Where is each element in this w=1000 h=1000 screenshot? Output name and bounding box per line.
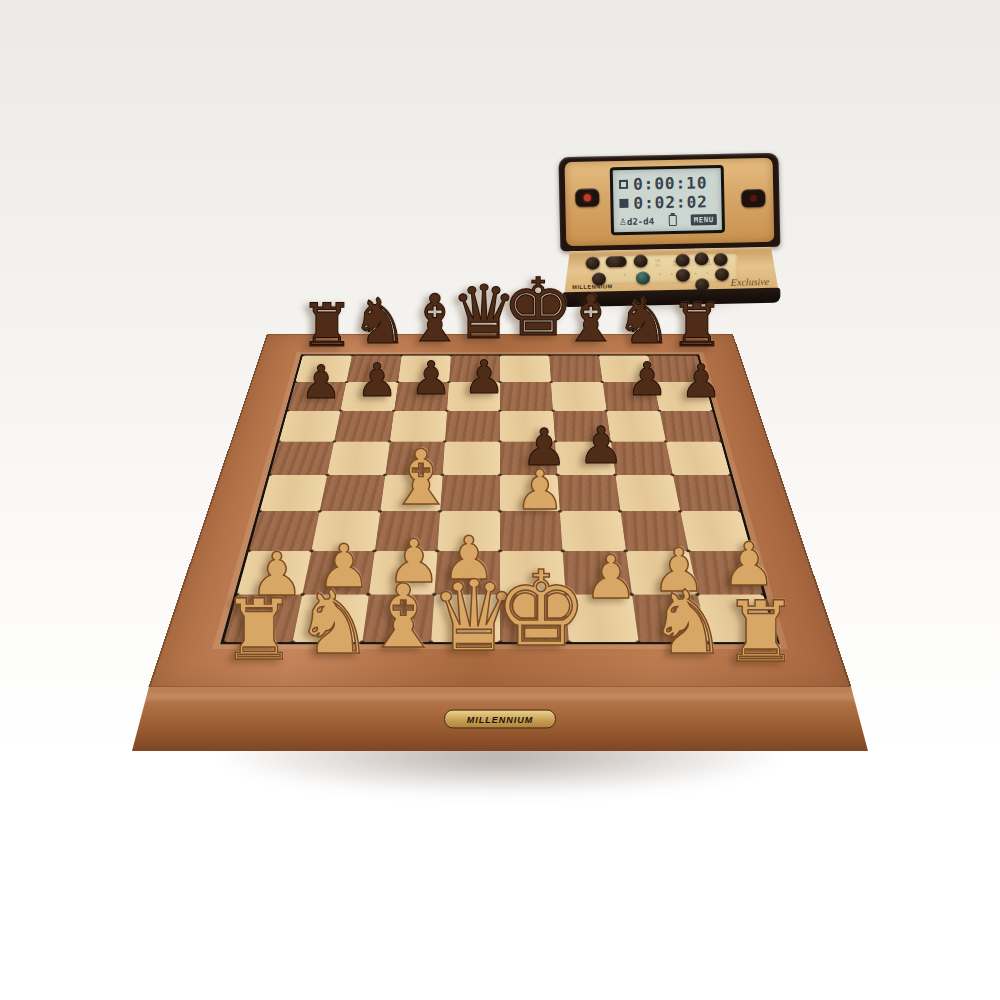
black-r-h8[interactable]: ♜ (670, 295, 724, 355)
square-b4[interactable] (320, 475, 385, 511)
square-b5[interactable] (327, 441, 389, 474)
white-n-g1[interactable]: ♞ (649, 579, 728, 667)
square-e7[interactable] (500, 382, 553, 411)
square-h4[interactable] (673, 475, 741, 511)
square-a5[interactable] (270, 441, 334, 474)
white-b-c4[interactable]: ♝ (387, 440, 455, 516)
black-r-a8[interactable]: ♜ (300, 295, 354, 355)
black-p-d7[interactable]: ♟ (463, 354, 504, 400)
square-e8[interactable] (500, 356, 551, 383)
white-r-a1[interactable]: ♜ (221, 588, 296, 672)
square-a4[interactable] (260, 475, 328, 511)
white-n-b1[interactable]: ♞ (295, 579, 374, 667)
black-b-f8[interactable]: ♝ (562, 286, 620, 351)
millennium-nameplate: MILLENNIUM (444, 710, 556, 729)
square-f4[interactable] (558, 475, 621, 511)
white-p-e4[interactable]: ♟ (515, 463, 564, 518)
board-front-edge: MILLENNIUM (132, 687, 868, 751)
black-p-h7[interactable]: ♟ (680, 358, 721, 404)
black-p-f5[interactable]: ♟ (578, 420, 624, 471)
white-k-e1[interactable]: ♚ (494, 557, 587, 661)
square-h5[interactable] (666, 441, 730, 474)
black-p-g7[interactable]: ♟ (626, 356, 667, 402)
square-h6[interactable] (659, 411, 721, 442)
black-p-a7[interactable]: ♟ (300, 359, 341, 405)
board-scene (0, 0, 1000, 1000)
black-n-b8[interactable]: ♞ (352, 290, 408, 353)
wood-sheen (132, 693, 868, 700)
square-b6[interactable] (334, 411, 393, 442)
white-p-f2[interactable]: ♟ (584, 547, 638, 607)
square-f7[interactable] (551, 382, 606, 411)
scene: 0:00:10 0:02:02 ♙d2-d4 MENU ♔ ♕ ♖ ♗ ♘ ♙ … (0, 0, 1000, 1000)
white-r-h1[interactable]: ♜ (723, 590, 798, 674)
square-g4[interactable] (615, 475, 680, 511)
square-a6[interactable] (279, 411, 341, 442)
square-f8[interactable] (549, 356, 602, 383)
black-p-b7[interactable]: ♟ (356, 357, 397, 403)
black-p-c7[interactable]: ♟ (410, 355, 451, 401)
black-n-g8[interactable]: ♞ (616, 290, 672, 353)
